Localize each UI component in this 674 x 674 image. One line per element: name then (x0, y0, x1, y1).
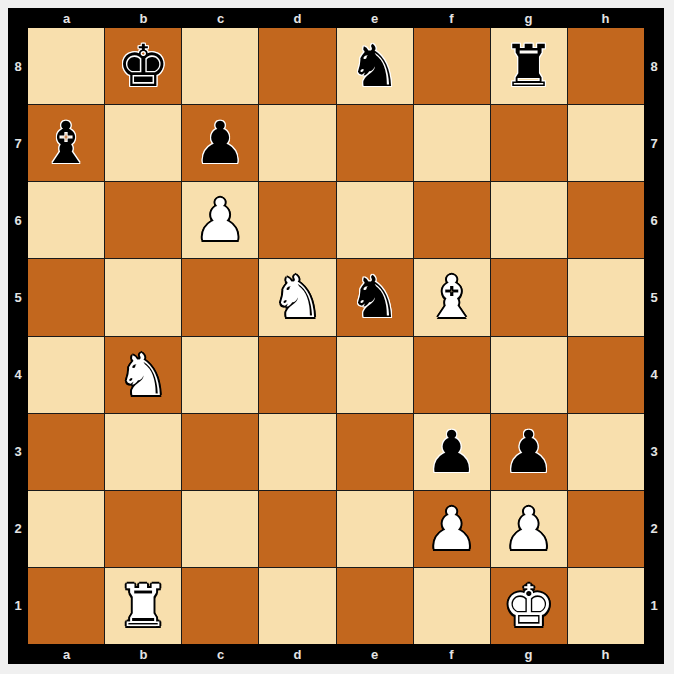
file-label-f: f (449, 12, 453, 25)
file-label-d: d (294, 12, 302, 25)
file-label-g: g (525, 648, 533, 661)
square-a2[interactable] (28, 491, 104, 567)
file-label-g: g (525, 12, 533, 25)
square-f7[interactable] (414, 105, 490, 181)
square-c5[interactable] (182, 259, 258, 335)
square-h2[interactable] (568, 491, 644, 567)
square-a8[interactable] (28, 28, 104, 104)
black-knight-e8[interactable]: ♞ (349, 37, 401, 95)
black-bishop-a7[interactable]: ♝ (40, 114, 92, 172)
square-a6[interactable] (28, 182, 104, 258)
square-h4[interactable] (568, 337, 644, 413)
square-b6[interactable] (105, 182, 181, 258)
rank-label-8: 8 (14, 60, 21, 73)
square-e3[interactable] (337, 414, 413, 490)
white-king-g1[interactable]: ♚ (503, 577, 555, 635)
square-g2[interactable]: ♟ (491, 491, 567, 567)
file-label-e: e (371, 12, 378, 25)
rank-label-1: 1 (14, 599, 21, 612)
square-h1[interactable] (568, 568, 644, 644)
black-pawn-c7[interactable]: ♟ (194, 114, 246, 172)
white-pawn-f2[interactable]: ♟ (426, 500, 478, 558)
chess-board-frame: abcdefgh 87654321 ♚♞♜♝♟♟♞♞♝♞♟♟♟♟♜♚ 87654… (8, 8, 664, 664)
square-f5[interactable]: ♝ (414, 259, 490, 335)
square-a1[interactable] (28, 568, 104, 644)
square-a7[interactable]: ♝ (28, 105, 104, 181)
black-king-b8[interactable]: ♚ (117, 37, 169, 95)
square-f2[interactable]: ♟ (414, 491, 490, 567)
white-pawn-g2[interactable]: ♟ (503, 500, 555, 558)
file-label-a: a (63, 12, 70, 25)
square-c1[interactable] (182, 568, 258, 644)
square-d1[interactable] (259, 568, 335, 644)
square-f8[interactable] (414, 28, 490, 104)
file-label-c: c (217, 648, 224, 661)
white-pawn-c6[interactable]: ♟ (194, 191, 246, 249)
square-c8[interactable] (182, 28, 258, 104)
white-knight-b4[interactable]: ♞ (117, 346, 169, 404)
white-bishop-f5[interactable]: ♝ (426, 268, 478, 326)
file-label-h: h (602, 648, 610, 661)
square-c2[interactable] (182, 491, 258, 567)
square-e1[interactable] (337, 568, 413, 644)
rank-label-2: 2 (14, 522, 21, 535)
square-g7[interactable] (491, 105, 567, 181)
square-h6[interactable] (568, 182, 644, 258)
file-labels-top: abcdefgh (28, 8, 644, 28)
file-label-a: a (63, 648, 70, 661)
rank-label-7: 7 (650, 137, 657, 150)
file-label-f: f (449, 648, 453, 661)
square-a5[interactable] (28, 259, 104, 335)
square-f3[interactable]: ♟ (414, 414, 490, 490)
square-g8[interactable]: ♜ (491, 28, 567, 104)
square-f6[interactable] (414, 182, 490, 258)
black-pawn-g3[interactable]: ♟ (503, 423, 555, 481)
square-b1[interactable]: ♜ (105, 568, 181, 644)
square-f4[interactable] (414, 337, 490, 413)
square-e5[interactable]: ♞ (337, 259, 413, 335)
square-b3[interactable] (105, 414, 181, 490)
rank-labels-right: 87654321 (644, 28, 664, 644)
rank-label-5: 5 (14, 291, 21, 304)
white-knight-d5[interactable]: ♞ (271, 268, 323, 326)
square-c6[interactable]: ♟ (182, 182, 258, 258)
square-g5[interactable] (491, 259, 567, 335)
rank-label-6: 6 (14, 214, 21, 227)
file-label-e: e (371, 648, 378, 661)
square-h8[interactable] (568, 28, 644, 104)
square-d7[interactable] (259, 105, 335, 181)
square-d2[interactable] (259, 491, 335, 567)
square-g6[interactable] (491, 182, 567, 258)
black-knight-e5[interactable]: ♞ (349, 268, 401, 326)
square-h7[interactable] (568, 105, 644, 181)
file-label-c: c (217, 12, 224, 25)
square-b2[interactable] (105, 491, 181, 567)
square-d8[interactable] (259, 28, 335, 104)
rank-label-5: 5 (650, 291, 657, 304)
square-c7[interactable]: ♟ (182, 105, 258, 181)
square-g4[interactable] (491, 337, 567, 413)
square-d4[interactable] (259, 337, 335, 413)
square-b7[interactable] (105, 105, 181, 181)
square-h3[interactable] (568, 414, 644, 490)
square-e4[interactable] (337, 337, 413, 413)
square-e7[interactable] (337, 105, 413, 181)
file-label-h: h (602, 12, 610, 25)
rank-labels-left: 87654321 (8, 28, 28, 644)
rank-label-3: 3 (14, 445, 21, 458)
board: ♚♞♜♝♟♟♞♞♝♞♟♟♟♟♜♚ (28, 28, 644, 644)
rank-label-4: 4 (650, 368, 657, 381)
file-label-b: b (140, 648, 148, 661)
file-labels-bottom: abcdefgh (28, 644, 644, 664)
square-b4[interactable]: ♞ (105, 337, 181, 413)
square-d5[interactable]: ♞ (259, 259, 335, 335)
square-g3[interactable]: ♟ (491, 414, 567, 490)
square-e6[interactable] (337, 182, 413, 258)
black-pawn-f3[interactable]: ♟ (426, 423, 478, 481)
rank-label-6: 6 (650, 214, 657, 227)
square-d6[interactable] (259, 182, 335, 258)
file-label-b: b (140, 12, 148, 25)
square-c3[interactable] (182, 414, 258, 490)
square-a4[interactable] (28, 337, 104, 413)
rank-label-8: 8 (650, 60, 657, 73)
square-a3[interactable] (28, 414, 104, 490)
black-rook-g8[interactable]: ♜ (503, 37, 555, 95)
square-f1[interactable] (414, 568, 490, 644)
file-label-d: d (294, 648, 302, 661)
square-e2[interactable] (337, 491, 413, 567)
square-d3[interactable] (259, 414, 335, 490)
rank-label-7: 7 (14, 137, 21, 150)
rank-label-2: 2 (650, 522, 657, 535)
square-b5[interactable] (105, 259, 181, 335)
square-b8[interactable]: ♚ (105, 28, 181, 104)
rank-label-1: 1 (650, 599, 657, 612)
rank-label-3: 3 (650, 445, 657, 458)
square-h5[interactable] (568, 259, 644, 335)
square-c4[interactable] (182, 337, 258, 413)
white-rook-b1[interactable]: ♜ (117, 577, 169, 635)
square-g1[interactable]: ♚ (491, 568, 567, 644)
rank-label-4: 4 (14, 368, 21, 381)
square-e8[interactable]: ♞ (337, 28, 413, 104)
